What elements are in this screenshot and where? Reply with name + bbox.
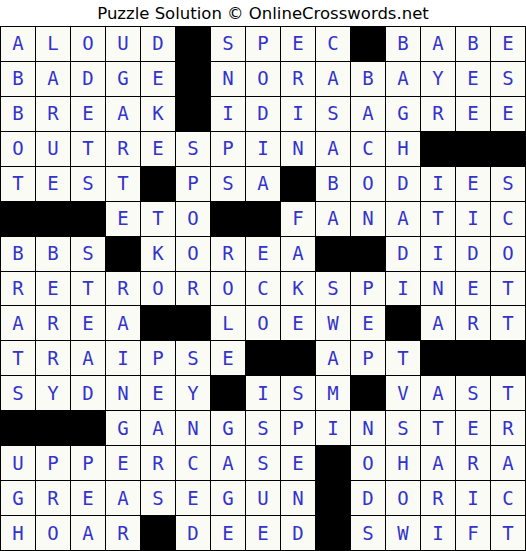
letter-cell: D <box>386 237 420 271</box>
letter-cell: U <box>1 446 35 480</box>
letter-cell: P <box>211 132 245 166</box>
letter-cell: S <box>71 237 105 271</box>
letter-cell: T <box>1 167 35 201</box>
black-cell <box>246 341 280 375</box>
letter-cell: O <box>176 237 210 271</box>
letter-cell: R <box>1 272 35 306</box>
letter-cell: Y <box>176 376 210 410</box>
letter-cell: U <box>106 27 140 61</box>
black-cell <box>316 446 350 480</box>
black-cell <box>176 97 210 131</box>
letter-cell: I <box>106 341 140 375</box>
letter-cell: I <box>421 516 455 550</box>
black-cell <box>281 167 315 201</box>
black-cell <box>386 306 420 340</box>
letter-cell: I <box>246 132 280 166</box>
letter-cell: A <box>386 62 420 96</box>
letter-cell: F <box>281 202 315 236</box>
letter-cell: A <box>316 341 350 375</box>
letter-cell: W <box>316 306 350 340</box>
black-cell <box>351 376 385 410</box>
letter-cell: P <box>246 27 280 61</box>
letter-cell: T <box>71 272 105 306</box>
letter-cell: R <box>36 341 70 375</box>
black-cell <box>71 202 105 236</box>
letter-cell: E <box>36 272 70 306</box>
letter-cell: B <box>386 27 420 61</box>
letter-cell: C <box>351 132 385 166</box>
letter-cell: A <box>421 306 455 340</box>
black-cell <box>491 341 525 375</box>
crossword-grid: ALOUDSPECBABEBADGENORABAYESBREAKIDISAGRE… <box>0 26 526 551</box>
letter-cell: V <box>386 376 420 410</box>
letter-cell: O <box>71 27 105 61</box>
letter-cell: S <box>316 272 350 306</box>
letter-cell: R <box>281 62 315 96</box>
letter-cell: R <box>491 411 525 445</box>
letter-cell: E <box>71 97 105 131</box>
letter-cell: A <box>106 97 140 131</box>
letter-cell: A <box>316 202 350 236</box>
letter-cell: S <box>211 167 245 201</box>
letter-cell: K <box>141 237 175 271</box>
letter-cell: A <box>71 516 105 550</box>
puzzle-solution-page: Puzzle Solution © OnlineCrosswords.net A… <box>0 0 526 551</box>
page-title: Puzzle Solution © OnlineCrosswords.net <box>0 0 526 26</box>
letter-cell: I <box>386 272 420 306</box>
letter-cell: N <box>211 62 245 96</box>
letter-cell: O <box>351 167 385 201</box>
letter-cell: K <box>141 97 175 131</box>
letter-cell: R <box>211 237 245 271</box>
black-cell <box>176 306 210 340</box>
letter-cell: S <box>491 167 525 201</box>
letter-cell: T <box>491 516 525 550</box>
letter-cell: A <box>1 27 35 61</box>
black-cell <box>351 27 385 61</box>
black-cell <box>351 237 385 271</box>
letter-cell: A <box>351 97 385 131</box>
letter-cell: E <box>106 202 140 236</box>
black-cell <box>141 306 175 340</box>
letter-cell: S <box>281 376 315 410</box>
letter-cell: F <box>456 516 490 550</box>
letter-cell: O <box>351 446 385 480</box>
letter-cell: E <box>141 132 175 166</box>
letter-cell: H <box>1 516 35 550</box>
letter-cell: R <box>141 446 175 480</box>
letter-cell: S <box>176 341 210 375</box>
letter-cell: P <box>176 167 210 201</box>
letter-cell: R <box>106 272 140 306</box>
letter-cell: R <box>36 481 70 515</box>
letter-cell: D <box>176 516 210 550</box>
black-cell <box>491 132 525 166</box>
letter-cell: A <box>421 376 455 410</box>
letter-cell: B <box>1 62 35 96</box>
black-cell <box>36 411 70 445</box>
letter-cell: S <box>491 62 525 96</box>
letter-cell: S <box>386 411 420 445</box>
letter-cell: A <box>421 446 455 480</box>
letter-cell: A <box>106 481 140 515</box>
letter-cell: I <box>456 481 490 515</box>
letter-cell: E <box>71 306 105 340</box>
letter-cell: C <box>246 272 280 306</box>
letter-cell: U <box>246 481 280 515</box>
black-cell <box>211 376 245 410</box>
letter-cell: E <box>106 446 140 480</box>
letter-cell: C <box>491 481 525 515</box>
letter-cell: S <box>316 97 350 131</box>
letter-cell: D <box>456 237 490 271</box>
letter-cell: E <box>211 341 245 375</box>
letter-cell: O <box>386 481 420 515</box>
letter-cell: A <box>36 62 70 96</box>
letter-cell: A <box>421 27 455 61</box>
letter-cell: R <box>106 132 140 166</box>
letter-cell: S <box>456 376 490 410</box>
letter-cell: B <box>1 97 35 131</box>
letter-cell: M <box>316 376 350 410</box>
letter-cell: B <box>1 237 35 271</box>
letter-cell: A <box>141 411 175 445</box>
letter-cell: B <box>36 237 70 271</box>
letter-cell: N <box>421 272 455 306</box>
letter-cell: N <box>351 411 385 445</box>
letter-cell: E <box>456 411 490 445</box>
letter-cell: E <box>71 481 105 515</box>
black-cell <box>1 411 35 445</box>
letter-cell: T <box>421 202 455 236</box>
letter-cell: S <box>176 132 210 166</box>
letter-cell: W <box>386 516 420 550</box>
black-cell <box>211 202 245 236</box>
letter-cell: R <box>176 272 210 306</box>
letter-cell: E <box>141 62 175 96</box>
letter-cell: I <box>421 237 455 271</box>
letter-cell: S <box>246 446 280 480</box>
letter-cell: R <box>106 516 140 550</box>
letter-cell: P <box>351 272 385 306</box>
letter-cell: P <box>141 341 175 375</box>
letter-cell: I <box>421 167 455 201</box>
letter-cell: Y <box>36 376 70 410</box>
letter-cell: T <box>491 272 525 306</box>
letter-cell: E <box>246 516 280 550</box>
letter-cell: G <box>211 481 245 515</box>
letter-cell: D <box>246 97 280 131</box>
letter-cell: P <box>36 446 70 480</box>
black-cell <box>281 341 315 375</box>
black-cell <box>421 341 455 375</box>
letter-cell: P <box>351 341 385 375</box>
letter-cell: R <box>421 481 455 515</box>
letter-cell: E <box>281 27 315 61</box>
letter-cell: I <box>281 97 315 131</box>
letter-cell: T <box>491 306 525 340</box>
letter-cell: E <box>141 376 175 410</box>
letter-cell: C <box>491 202 525 236</box>
letter-cell: D <box>281 516 315 550</box>
letter-cell: S <box>246 411 280 445</box>
letter-cell: E <box>456 167 490 201</box>
letter-cell: E <box>246 237 280 271</box>
letter-cell: O <box>1 132 35 166</box>
letter-cell: U <box>36 132 70 166</box>
black-cell <box>176 27 210 61</box>
letter-cell: D <box>141 27 175 61</box>
letter-cell: N <box>106 376 140 410</box>
letter-cell: E <box>456 97 490 131</box>
letter-cell: H <box>386 446 420 480</box>
black-cell <box>71 411 105 445</box>
letter-cell: S <box>1 376 35 410</box>
letter-cell: T <box>141 202 175 236</box>
letter-cell: S <box>211 27 245 61</box>
black-cell <box>106 237 140 271</box>
black-cell <box>36 202 70 236</box>
letter-cell: L <box>36 27 70 61</box>
letter-cell: T <box>491 376 525 410</box>
black-cell <box>176 62 210 96</box>
letter-cell: L <box>211 306 245 340</box>
black-cell <box>421 132 455 166</box>
letter-cell: R <box>456 306 490 340</box>
letter-cell: D <box>71 376 105 410</box>
black-cell <box>316 481 350 515</box>
letter-cell: Y <box>421 62 455 96</box>
letter-cell: N <box>351 202 385 236</box>
letter-cell: A <box>211 446 245 480</box>
letter-cell: O <box>36 516 70 550</box>
letter-cell: A <box>316 132 350 166</box>
letter-cell: C <box>316 27 350 61</box>
letter-cell: A <box>316 62 350 96</box>
letter-cell: E <box>456 272 490 306</box>
letter-cell: P <box>71 446 105 480</box>
letter-cell: O <box>176 202 210 236</box>
letter-cell: E <box>281 306 315 340</box>
letter-cell: T <box>421 411 455 445</box>
letter-cell: N <box>281 481 315 515</box>
letter-cell: K <box>281 272 315 306</box>
letter-cell: R <box>421 97 455 131</box>
letter-cell: R <box>36 97 70 131</box>
letter-cell: O <box>211 272 245 306</box>
letter-cell: E <box>491 97 525 131</box>
letter-cell: A <box>106 306 140 340</box>
letter-cell: B <box>456 27 490 61</box>
letter-cell: I <box>456 202 490 236</box>
black-cell <box>141 167 175 201</box>
letter-cell: T <box>106 167 140 201</box>
letter-cell: R <box>36 306 70 340</box>
letter-cell: S <box>351 516 385 550</box>
letter-cell: E <box>281 446 315 480</box>
letter-cell: E <box>456 62 490 96</box>
letter-cell: C <box>176 446 210 480</box>
black-cell <box>1 202 35 236</box>
letter-cell: T <box>1 341 35 375</box>
letter-cell: T <box>386 341 420 375</box>
letter-cell: E <box>36 167 70 201</box>
letter-cell: I <box>211 97 245 131</box>
letter-cell: O <box>491 237 525 271</box>
letter-cell: G <box>386 97 420 131</box>
letter-cell: E <box>351 306 385 340</box>
black-cell <box>141 516 175 550</box>
letter-cell: A <box>281 237 315 271</box>
letter-cell: G <box>106 62 140 96</box>
letter-cell: A <box>246 167 280 201</box>
letter-cell: N <box>176 411 210 445</box>
letter-cell: N <box>281 132 315 166</box>
letter-cell: E <box>176 481 210 515</box>
letter-cell: A <box>386 202 420 236</box>
letter-cell: G <box>106 411 140 445</box>
letter-cell: I <box>316 411 350 445</box>
letter-cell: T <box>71 132 105 166</box>
black-cell <box>456 132 490 166</box>
letter-cell: G <box>1 481 35 515</box>
letter-cell: O <box>246 62 280 96</box>
letter-cell: B <box>316 167 350 201</box>
letter-cell: G <box>211 411 245 445</box>
letter-cell: A <box>71 341 105 375</box>
letter-cell: D <box>351 481 385 515</box>
black-cell <box>316 516 350 550</box>
letter-cell: E <box>211 516 245 550</box>
letter-cell: S <box>71 167 105 201</box>
letter-cell: D <box>71 62 105 96</box>
letter-cell: D <box>386 167 420 201</box>
black-cell <box>456 341 490 375</box>
letter-cell: H <box>386 132 420 166</box>
letter-cell: O <box>141 272 175 306</box>
letter-cell: E <box>491 27 525 61</box>
black-cell <box>246 202 280 236</box>
letter-cell: P <box>281 411 315 445</box>
letter-cell: S <box>141 481 175 515</box>
letter-cell: A <box>491 446 525 480</box>
letter-cell: I <box>246 376 280 410</box>
letter-cell: B <box>351 62 385 96</box>
black-cell <box>316 237 350 271</box>
letter-cell: O <box>246 306 280 340</box>
letter-cell: A <box>1 306 35 340</box>
letter-cell: R <box>456 446 490 480</box>
